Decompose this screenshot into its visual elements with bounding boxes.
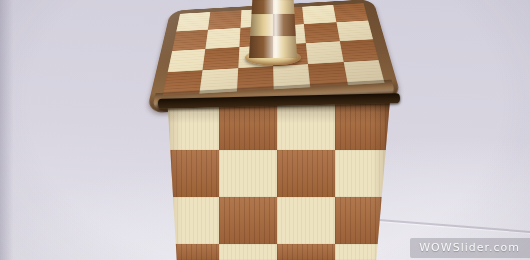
wowslider-watermark-link[interactable]: WOWSlider.com [410, 238, 530, 258]
watermark-text: WOWSlider.com [419, 241, 520, 254]
checkered-finial-handle [249, 0, 297, 58]
finial-specular-highlight [249, 0, 297, 58]
chess-box-photo-slide: WOWSlider.com [0, 0, 530, 260]
body-shading [161, 103, 393, 260]
chess-box-body [161, 103, 393, 260]
